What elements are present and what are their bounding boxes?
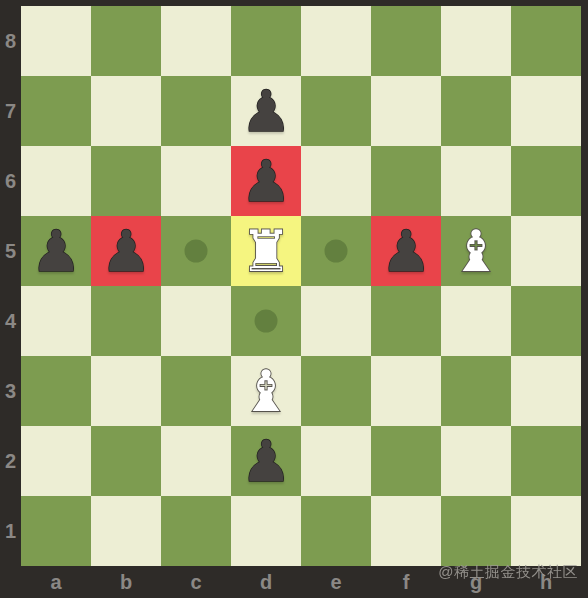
square-h7[interactable] (511, 76, 581, 146)
file-label-b: b (91, 566, 161, 598)
square-h8[interactable] (511, 6, 581, 76)
file-label-a: a (21, 566, 91, 598)
file-label-c: c (161, 566, 231, 598)
square-e7[interactable] (301, 76, 371, 146)
black-pawn-d6[interactable]: ♟ (231, 146, 301, 216)
rank-label-6: 6 (0, 146, 21, 216)
legal-move-dot-c5[interactable] (185, 240, 208, 263)
square-a7[interactable] (21, 76, 91, 146)
square-f2[interactable] (371, 426, 441, 496)
square-g7[interactable] (441, 76, 511, 146)
square-d5[interactable]: ♜ (231, 216, 301, 286)
square-g4[interactable] (441, 286, 511, 356)
square-f6[interactable] (371, 146, 441, 216)
rank-label-8: 8 (0, 6, 21, 76)
rank-label-5: 5 (0, 216, 21, 286)
rank-label-1: 1 (0, 496, 21, 566)
square-a6[interactable] (21, 146, 91, 216)
black-pawn-d7[interactable]: ♟ (231, 76, 301, 146)
square-h3[interactable] (511, 356, 581, 426)
square-a4[interactable] (21, 286, 91, 356)
square-g1[interactable] (441, 496, 511, 566)
square-g8[interactable] (441, 6, 511, 76)
legal-move-dot-e5[interactable] (325, 240, 348, 263)
square-c4[interactable] (161, 286, 231, 356)
black-pawn-a5[interactable]: ♟ (21, 216, 91, 286)
rank-label-2: 2 (0, 426, 21, 496)
square-e3[interactable] (301, 356, 371, 426)
square-c5[interactable] (161, 216, 231, 286)
black-pawn-b5[interactable]: ♟ (91, 216, 161, 286)
square-g6[interactable] (441, 146, 511, 216)
square-e8[interactable] (301, 6, 371, 76)
square-g3[interactable] (441, 356, 511, 426)
rank-label-3: 3 (0, 356, 21, 426)
white-rook-d5[interactable]: ♜ (231, 216, 301, 286)
square-a3[interactable] (21, 356, 91, 426)
square-e1[interactable] (301, 496, 371, 566)
file-label-d: d (231, 566, 301, 598)
square-b5[interactable]: ♟ (91, 216, 161, 286)
square-c8[interactable] (161, 6, 231, 76)
square-h1[interactable] (511, 496, 581, 566)
square-f5[interactable]: ♟ (371, 216, 441, 286)
square-b6[interactable] (91, 146, 161, 216)
square-a8[interactable] (21, 6, 91, 76)
square-a1[interactable] (21, 496, 91, 566)
square-b8[interactable] (91, 6, 161, 76)
square-h6[interactable] (511, 146, 581, 216)
square-c2[interactable] (161, 426, 231, 496)
square-h4[interactable] (511, 286, 581, 356)
black-pawn-d2[interactable]: ♟ (231, 426, 301, 496)
square-b3[interactable] (91, 356, 161, 426)
rank-label-4: 4 (0, 286, 21, 356)
rank-labels: 87654321 (0, 6, 21, 566)
square-b4[interactable] (91, 286, 161, 356)
square-d4[interactable] (231, 286, 301, 356)
square-f4[interactable] (371, 286, 441, 356)
file-label-e: e (301, 566, 371, 598)
legal-move-dot-d4[interactable] (255, 310, 278, 333)
square-h5[interactable] (511, 216, 581, 286)
square-e2[interactable] (301, 426, 371, 496)
square-b1[interactable] (91, 496, 161, 566)
square-d6[interactable]: ♟ (231, 146, 301, 216)
square-c6[interactable] (161, 146, 231, 216)
square-g2[interactable] (441, 426, 511, 496)
square-c1[interactable] (161, 496, 231, 566)
square-d3[interactable]: ♝ (231, 356, 301, 426)
square-d2[interactable]: ♟ (231, 426, 301, 496)
square-c3[interactable] (161, 356, 231, 426)
square-e6[interactable] (301, 146, 371, 216)
square-c7[interactable] (161, 76, 231, 146)
rank-label-7: 7 (0, 76, 21, 146)
square-g5[interactable]: ♝ (441, 216, 511, 286)
square-b7[interactable] (91, 76, 161, 146)
square-a5[interactable]: ♟ (21, 216, 91, 286)
watermark: @稀土掘金技术社区 (438, 563, 578, 582)
square-d8[interactable] (231, 6, 301, 76)
chess-board: ♟♟♟♟♜♟♝♝♟ (21, 6, 581, 566)
square-e4[interactable] (301, 286, 371, 356)
square-f7[interactable] (371, 76, 441, 146)
chess-app: ♟♟♟♟♜♟♝♝♟ 87654321 abcdefgh @稀土掘金技术社区 (0, 0, 588, 598)
square-a2[interactable] (21, 426, 91, 496)
white-bishop-g5[interactable]: ♝ (441, 216, 511, 286)
square-f3[interactable] (371, 356, 441, 426)
square-h2[interactable] (511, 426, 581, 496)
square-f1[interactable] (371, 496, 441, 566)
white-bishop-d3[interactable]: ♝ (231, 356, 301, 426)
square-b2[interactable] (91, 426, 161, 496)
square-e5[interactable] (301, 216, 371, 286)
file-label-f: f (371, 566, 441, 598)
square-f8[interactable] (371, 6, 441, 76)
square-d1[interactable] (231, 496, 301, 566)
square-d7[interactable]: ♟ (231, 76, 301, 146)
black-pawn-f5[interactable]: ♟ (371, 216, 441, 286)
